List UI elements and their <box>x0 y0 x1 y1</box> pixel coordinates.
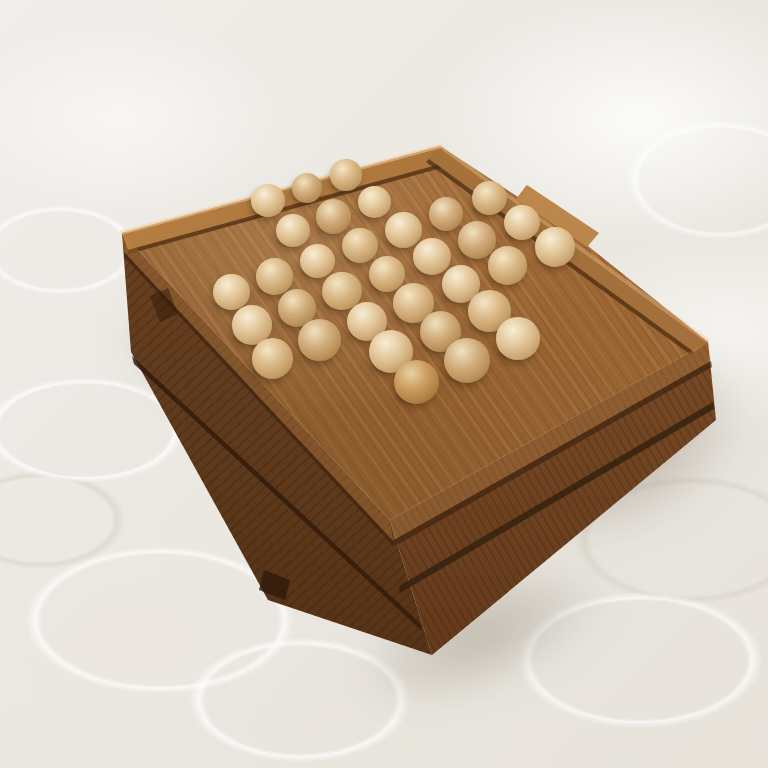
peg-ball-r7c3[interactable] <box>394 360 439 404</box>
peg-ball-r2c5[interactable] <box>358 186 390 218</box>
peg-ball-r4c7[interactable] <box>504 205 540 240</box>
peg-ball-r5c6[interactable] <box>488 246 527 284</box>
peg-ball-r3c5[interactable] <box>385 212 422 248</box>
peg-ball-r4c5[interactable] <box>413 238 451 275</box>
peg-ball-r1c4[interactable] <box>292 173 323 203</box>
peg-ball-r3c2[interactable] <box>256 258 294 295</box>
peg-ball-r5c2[interactable] <box>298 319 341 361</box>
peg-ball-r7c4[interactable] <box>444 338 490 383</box>
peg-ball-r3c7[interactable] <box>472 181 507 215</box>
peg-ball-r7c5[interactable] <box>496 317 539 359</box>
peg-ball-r3c3[interactable] <box>300 244 335 278</box>
peg-ball-r3c6[interactable] <box>429 197 463 230</box>
peg-ball-r1c5[interactable] <box>330 159 362 190</box>
peg-ball-r3c1[interactable] <box>213 274 250 310</box>
peg-ball-r3c4[interactable] <box>342 228 378 263</box>
photo-scene <box>0 0 768 768</box>
peg-ball-r2c3[interactable] <box>276 214 310 247</box>
peg-ball-r2c4[interactable] <box>316 199 351 233</box>
peg-ball-r4c6[interactable] <box>458 221 496 259</box>
balls-layer <box>0 0 768 768</box>
peg-ball-r1c3[interactable] <box>251 184 284 217</box>
peg-ball-r5c1[interactable] <box>252 338 294 379</box>
peg-ball-r5c7[interactable] <box>535 227 575 266</box>
